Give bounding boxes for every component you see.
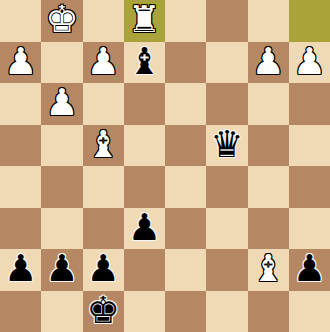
white-bishop[interactable]: ♝	[87, 126, 120, 163]
square-h2[interactable]: ♟	[289, 249, 330, 291]
square-c6[interactable]	[83, 83, 124, 125]
square-f8[interactable]	[206, 0, 247, 42]
square-b5[interactable]	[41, 125, 82, 167]
square-d7[interactable]: ♝	[124, 42, 165, 84]
black-pawn[interactable]: ♟	[293, 250, 326, 287]
square-f6[interactable]	[206, 83, 247, 125]
white-pawn[interactable]: ♟	[293, 43, 326, 80]
square-e2[interactable]	[165, 249, 206, 291]
square-b6[interactable]: ♟	[41, 83, 82, 125]
square-e3[interactable]	[165, 208, 206, 250]
square-h5[interactable]	[289, 125, 330, 167]
square-e6[interactable]	[165, 83, 206, 125]
square-a1[interactable]	[0, 291, 41, 332]
square-b2[interactable]: ♟	[41, 249, 82, 291]
square-d6[interactable]	[124, 83, 165, 125]
square-e5[interactable]	[165, 125, 206, 167]
square-c7[interactable]: ♟	[83, 42, 124, 84]
square-c4[interactable]	[83, 166, 124, 208]
square-d1[interactable]	[124, 291, 165, 332]
square-g6[interactable]	[248, 83, 289, 125]
black-pawn[interactable]: ♟	[4, 250, 37, 287]
square-g4[interactable]	[248, 166, 289, 208]
square-f7[interactable]	[206, 42, 247, 84]
white-pawn[interactable]: ♟	[87, 43, 120, 80]
square-a8[interactable]	[0, 0, 41, 42]
square-b3[interactable]	[41, 208, 82, 250]
black-queen[interactable]: ♛	[210, 126, 243, 163]
white-king[interactable]: ♚	[45, 1, 78, 38]
square-f4[interactable]	[206, 166, 247, 208]
square-g8[interactable]	[248, 0, 289, 42]
white-pawn[interactable]: ♟	[4, 43, 37, 80]
square-a7[interactable]: ♟	[0, 42, 41, 84]
square-f2[interactable]	[206, 249, 247, 291]
black-pawn[interactable]: ♟	[128, 209, 161, 246]
square-c3[interactable]	[83, 208, 124, 250]
square-b7[interactable]	[41, 42, 82, 84]
black-pawn[interactable]: ♟	[87, 250, 120, 287]
square-g7[interactable]: ♟	[248, 42, 289, 84]
square-a3[interactable]	[0, 208, 41, 250]
square-a2[interactable]: ♟	[0, 249, 41, 291]
square-h7[interactable]: ♟	[289, 42, 330, 84]
white-bishop[interactable]: ♝	[252, 250, 285, 287]
square-d4[interactable]	[124, 166, 165, 208]
square-c2[interactable]: ♟	[83, 249, 124, 291]
square-b8[interactable]: ♚	[41, 0, 82, 42]
square-h4[interactable]	[289, 166, 330, 208]
white-rook[interactable]: ♜	[128, 1, 161, 38]
square-c8[interactable]	[83, 0, 124, 42]
black-king[interactable]: ♚	[87, 292, 120, 329]
square-e7[interactable]	[165, 42, 206, 84]
black-bishop[interactable]: ♝	[128, 43, 161, 80]
square-f5[interactable]: ♛	[206, 125, 247, 167]
square-h1[interactable]	[289, 291, 330, 332]
square-d5[interactable]	[124, 125, 165, 167]
square-d3[interactable]: ♟	[124, 208, 165, 250]
square-h8[interactable]	[289, 0, 330, 42]
square-e8[interactable]	[165, 0, 206, 42]
square-g3[interactable]	[248, 208, 289, 250]
square-g2[interactable]: ♝	[248, 249, 289, 291]
square-a5[interactable]	[0, 125, 41, 167]
square-b4[interactable]	[41, 166, 82, 208]
square-c1[interactable]: ♚	[83, 291, 124, 332]
square-d8[interactable]: ♜	[124, 0, 165, 42]
black-pawn[interactable]: ♟	[45, 250, 78, 287]
square-e4[interactable]	[165, 166, 206, 208]
white-pawn[interactable]: ♟	[45, 84, 78, 121]
square-e1[interactable]	[165, 291, 206, 332]
white-pawn[interactable]: ♟	[252, 43, 285, 80]
square-f1[interactable]	[206, 291, 247, 332]
square-g1[interactable]	[248, 291, 289, 332]
square-a6[interactable]	[0, 83, 41, 125]
square-f3[interactable]	[206, 208, 247, 250]
square-a4[interactable]	[0, 166, 41, 208]
chess-board: ♚♜♟♟♝♟♟♟♝♛♟♟♟♟♝♟♚	[0, 0, 330, 332]
square-c5[interactable]: ♝	[83, 125, 124, 167]
square-d2[interactable]	[124, 249, 165, 291]
square-h6[interactable]	[289, 83, 330, 125]
square-b1[interactable]	[41, 291, 82, 332]
square-h3[interactable]	[289, 208, 330, 250]
square-g5[interactable]	[248, 125, 289, 167]
